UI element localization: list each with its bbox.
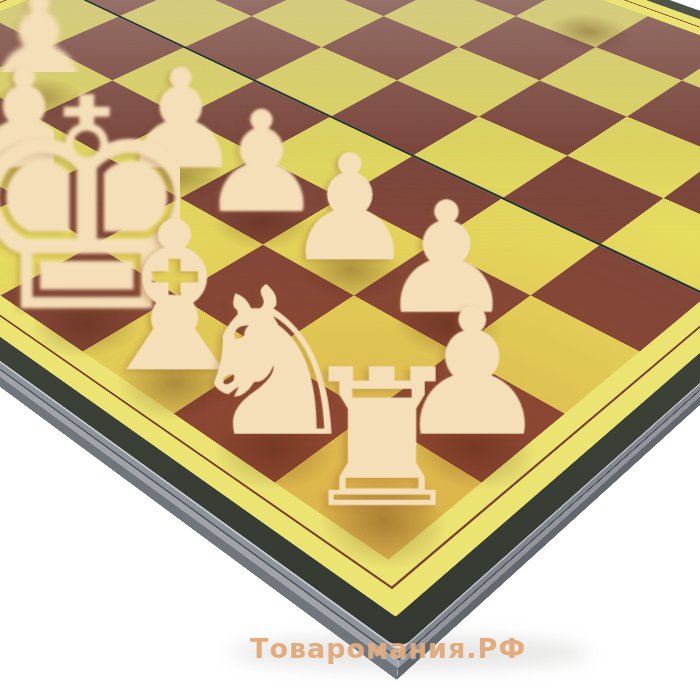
product-photo-stage: ♚♝♞♜♟♟♟♟♟♟♟♚ Товаромания.РФ <box>0 0 700 700</box>
chess-board: ♚♝♞♜♟♟♟♟♟♟♟♚ <box>0 0 700 650</box>
chess-set-scene: ♚♝♞♜♟♟♟♟♟♟♟♚ <box>0 0 700 700</box>
rook-glyph: ♜ <box>297 345 467 535</box>
watermark-text: Товаромания.РФ <box>250 633 526 664</box>
